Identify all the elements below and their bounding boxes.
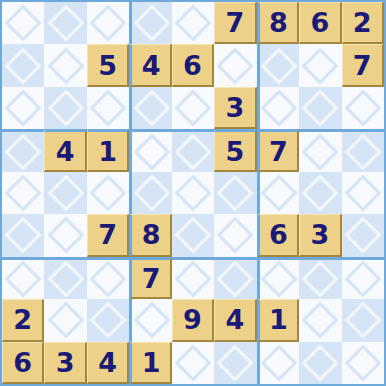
sudoku-board: 78625467341577863729416341: [0, 0, 386, 386]
cell-r9c1: 6: [2, 342, 44, 384]
cell-r8c8[interactable]: [299, 299, 341, 341]
diamond-icon: [302, 134, 339, 171]
diamond-icon: [344, 261, 381, 298]
cell-r7c4: 7: [129, 257, 171, 299]
cell-r6c5[interactable]: [172, 214, 214, 256]
cell-r8c4[interactable]: [129, 299, 171, 341]
diamond-icon: [261, 90, 298, 127]
diamond-icon: [90, 261, 127, 298]
cell-r6c9[interactable]: [342, 214, 384, 256]
cell-r4c2: 4: [44, 129, 86, 171]
cell-r7c2[interactable]: [44, 257, 86, 299]
cell-r8c7: 1: [257, 299, 299, 341]
cell-r1c4[interactable]: [129, 2, 171, 44]
cell-r3c5[interactable]: [172, 87, 214, 129]
diamond-icon: [344, 134, 381, 171]
cell-r6c4: 8: [129, 214, 171, 256]
cell-r3c6: 3: [214, 87, 256, 129]
cell-r8c6: 4: [214, 299, 256, 341]
cell-r5c3[interactable]: [87, 172, 129, 214]
cell-r2c5: 6: [172, 44, 214, 86]
cell-r7c7[interactable]: [257, 257, 299, 299]
cell-r7c5[interactable]: [172, 257, 214, 299]
cell-r2c9: 7: [342, 44, 384, 86]
cell-r7c8[interactable]: [299, 257, 341, 299]
cell-r8c2[interactable]: [44, 299, 86, 341]
diamond-icon: [175, 344, 212, 381]
cell-r4c5[interactable]: [172, 129, 214, 171]
cell-r9c6[interactable]: [214, 342, 256, 384]
cell-r2c2[interactable]: [44, 44, 86, 86]
cell-r9c8[interactable]: [299, 342, 341, 384]
cell-r2c6[interactable]: [214, 44, 256, 86]
cell-r3c1[interactable]: [2, 87, 44, 129]
cell-r4c9[interactable]: [342, 129, 384, 171]
diamond-icon: [344, 217, 381, 254]
cell-r2c8[interactable]: [299, 44, 341, 86]
diamond-icon: [261, 175, 298, 212]
cell-r6c1[interactable]: [2, 214, 44, 256]
cell-r5c9[interactable]: [342, 172, 384, 214]
cell-r1c9: 2: [342, 2, 384, 44]
diamond-icon: [90, 5, 127, 42]
cell-r8c1: 2: [2, 299, 44, 341]
diamond-icon: [344, 175, 381, 212]
cell-r9c2: 3: [44, 342, 86, 384]
diamond-icon: [344, 344, 381, 381]
cell-r4c4[interactable]: [129, 129, 171, 171]
diamond-icon: [302, 90, 339, 127]
diamond-icon: [5, 261, 42, 298]
diamond-icon: [344, 90, 381, 127]
cell-r9c9[interactable]: [342, 342, 384, 384]
cell-r5c4[interactable]: [129, 172, 171, 214]
diamond-icon: [134, 5, 171, 42]
diamond-icon: [134, 90, 171, 127]
cell-r5c7[interactable]: [257, 172, 299, 214]
cell-r2c7[interactable]: [257, 44, 299, 86]
cell-r6c6[interactable]: [214, 214, 256, 256]
cell-r6c7: 6: [257, 214, 299, 256]
cell-r5c5[interactable]: [172, 172, 214, 214]
cell-r6c8: 3: [299, 214, 341, 256]
diamond-icon: [47, 90, 84, 127]
cell-r8c3[interactable]: [87, 299, 129, 341]
cell-r4c7: 7: [257, 129, 299, 171]
cell-r1c7: 8: [257, 2, 299, 44]
cell-r9c7[interactable]: [257, 342, 299, 384]
cell-r1c8: 6: [299, 2, 341, 44]
cell-r4c8[interactable]: [299, 129, 341, 171]
diamond-icon: [5, 134, 42, 171]
diamond-icon: [302, 47, 339, 84]
diamond-icon: [134, 134, 171, 171]
cell-r3c9[interactable]: [342, 87, 384, 129]
diamond-icon: [5, 217, 42, 254]
diamond-icon: [175, 261, 212, 298]
cell-r7c3[interactable]: [87, 257, 129, 299]
cell-r6c2[interactable]: [44, 214, 86, 256]
cell-r7c6[interactable]: [214, 257, 256, 299]
cell-r1c3[interactable]: [87, 2, 129, 44]
diamond-icon: [217, 217, 254, 254]
cell-r5c1[interactable]: [2, 172, 44, 214]
diamond-icon: [47, 47, 84, 84]
diamond-icon: [90, 175, 127, 212]
cell-r5c8[interactable]: [299, 172, 341, 214]
cell-r9c5[interactable]: [172, 342, 214, 384]
diamond-icon: [217, 175, 254, 212]
cell-r3c2[interactable]: [44, 87, 86, 129]
diamond-icon: [302, 344, 339, 381]
diamond-icon: [302, 302, 339, 339]
diamond-icon: [5, 90, 42, 127]
cell-r7c1[interactable]: [2, 257, 44, 299]
cell-r1c2[interactable]: [44, 2, 86, 44]
cell-r1c5[interactable]: [172, 2, 214, 44]
diamond-icon: [5, 5, 42, 42]
diamond-icon: [175, 217, 212, 254]
diamond-icon: [175, 175, 212, 212]
cell-r6c3: 7: [87, 214, 129, 256]
diamond-icon: [134, 302, 171, 339]
diamond-icon: [134, 175, 171, 212]
cell-r3c4[interactable]: [129, 87, 171, 129]
cell-r9c3: 4: [87, 342, 129, 384]
diamond-icon: [261, 344, 298, 381]
diamond-icon: [302, 175, 339, 212]
cell-r3c3[interactable]: [87, 87, 129, 129]
diamond-icon: [90, 90, 127, 127]
diamond-icon: [47, 5, 84, 42]
diamond-icon: [175, 5, 212, 42]
cell-r2c4: 4: [129, 44, 171, 86]
diamond-icon: [47, 217, 84, 254]
diamond-icon: [217, 47, 254, 84]
cell-r4c1[interactable]: [2, 129, 44, 171]
cell-r3c7[interactable]: [257, 87, 299, 129]
diamond-icon: [302, 261, 339, 298]
cell-r8c5: 9: [172, 299, 214, 341]
cell-r1c6: 7: [214, 2, 256, 44]
diamond-icon: [175, 134, 212, 171]
diamond-icon: [5, 47, 42, 84]
diamond-icon: [344, 302, 381, 339]
cell-r5c6[interactable]: [214, 172, 256, 214]
diamond-icon: [47, 175, 84, 212]
diamond-icon: [217, 261, 254, 298]
cell-r9c4: 1: [129, 342, 171, 384]
cell-r4c3: 1: [87, 129, 129, 171]
diamond-icon: [261, 47, 298, 84]
cell-r7c9[interactable]: [342, 257, 384, 299]
cell-r2c3: 5: [87, 44, 129, 86]
diamond-icon: [47, 302, 84, 339]
cell-r8c9[interactable]: [342, 299, 384, 341]
diamond-icon: [47, 261, 84, 298]
cell-r3c8[interactable]: [299, 87, 341, 129]
cell-r5c2[interactable]: [44, 172, 86, 214]
diamond-icon: [217, 344, 254, 381]
cell-r2c1[interactable]: [2, 44, 44, 86]
diamond-icon: [175, 90, 212, 127]
diamond-icon: [261, 261, 298, 298]
cell-r4c6: 5: [214, 129, 256, 171]
diamond-icon: [5, 175, 42, 212]
cell-r1c1[interactable]: [2, 2, 44, 44]
diamond-icon: [90, 302, 127, 339]
